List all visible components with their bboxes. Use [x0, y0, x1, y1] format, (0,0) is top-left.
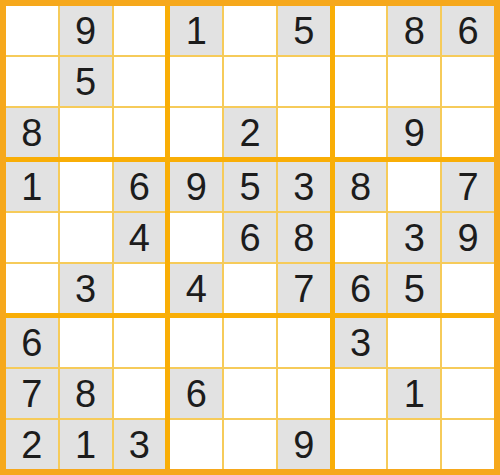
box-2-2: 9536847	[170, 162, 329, 313]
cell-r3c4[interactable]	[170, 108, 222, 157]
cell-r7c5[interactable]	[224, 318, 276, 367]
cell-r1c2: 9	[60, 6, 112, 55]
cell-r8c7[interactable]	[335, 369, 387, 418]
cell-r4c1: 1	[6, 162, 58, 211]
cell-r4c3: 6	[114, 162, 166, 211]
cell-r7c7: 3	[335, 318, 387, 367]
cell-r3c5: 2	[224, 108, 276, 157]
box-1-3: 869	[335, 6, 494, 157]
cell-r2c9[interactable]	[442, 57, 494, 106]
cell-r3c7[interactable]	[335, 108, 387, 157]
cell-r6c2: 3	[60, 264, 112, 313]
cell-r5c6: 8	[278, 213, 330, 262]
cell-r4c9: 7	[442, 162, 494, 211]
cell-r1c9: 6	[442, 6, 494, 55]
cell-r4c6: 3	[278, 162, 330, 211]
cell-r2c5[interactable]	[224, 57, 276, 106]
cell-r9c4[interactable]	[170, 420, 222, 469]
cell-r9c8[interactable]	[388, 420, 440, 469]
cell-r6c8: 5	[388, 264, 440, 313]
cell-r9c1: 2	[6, 420, 58, 469]
cell-r6c5[interactable]	[224, 264, 276, 313]
cell-r9c2: 1	[60, 420, 112, 469]
cell-r6c3[interactable]	[114, 264, 166, 313]
cell-r8c5[interactable]	[224, 369, 276, 418]
box-2-3: 873965	[335, 162, 494, 313]
box-1-1: 958	[6, 6, 165, 157]
cell-r7c8[interactable]	[388, 318, 440, 367]
cell-r2c4[interactable]	[170, 57, 222, 106]
cell-r2c6[interactable]	[278, 57, 330, 106]
cell-r4c7: 8	[335, 162, 387, 211]
cell-r3c2[interactable]	[60, 108, 112, 157]
cell-r1c8: 8	[388, 6, 440, 55]
cell-r8c4: 6	[170, 369, 222, 418]
cell-r1c1[interactable]	[6, 6, 58, 55]
cell-r4c4: 9	[170, 162, 222, 211]
cell-r4c2[interactable]	[60, 162, 112, 211]
box-3-2: 69	[170, 318, 329, 469]
cell-r9c9[interactable]	[442, 420, 494, 469]
cell-r5c9: 9	[442, 213, 494, 262]
cell-r3c6[interactable]	[278, 108, 330, 157]
cell-r9c7[interactable]	[335, 420, 387, 469]
cell-r8c2: 8	[60, 369, 112, 418]
cell-r5c7[interactable]	[335, 213, 387, 262]
cell-r9c6: 9	[278, 420, 330, 469]
cell-r2c3[interactable]	[114, 57, 166, 106]
cell-r8c1: 7	[6, 369, 58, 418]
cell-r3c8: 9	[388, 108, 440, 157]
sudoku-board: 958152869164395368478739656782136931	[0, 0, 500, 475]
cell-r6c4: 4	[170, 264, 222, 313]
cell-r4c8[interactable]	[388, 162, 440, 211]
cell-r6c1[interactable]	[6, 264, 58, 313]
cell-r1c3[interactable]	[114, 6, 166, 55]
cell-r6c7: 6	[335, 264, 387, 313]
cell-r8c3[interactable]	[114, 369, 166, 418]
cell-r7c4[interactable]	[170, 318, 222, 367]
cell-r3c3[interactable]	[114, 108, 166, 157]
cell-r1c6: 5	[278, 6, 330, 55]
cell-r7c6[interactable]	[278, 318, 330, 367]
cell-r7c3[interactable]	[114, 318, 166, 367]
cell-r7c9[interactable]	[442, 318, 494, 367]
cell-r2c2: 5	[60, 57, 112, 106]
cell-r1c7[interactable]	[335, 6, 387, 55]
cell-r8c9[interactable]	[442, 369, 494, 418]
cell-r5c8: 3	[388, 213, 440, 262]
cell-r3c1: 8	[6, 108, 58, 157]
box-2-1: 1643	[6, 162, 165, 313]
cell-r7c1: 6	[6, 318, 58, 367]
cell-r5c2[interactable]	[60, 213, 112, 262]
cell-r2c7[interactable]	[335, 57, 387, 106]
cell-r6c6: 7	[278, 264, 330, 313]
cell-r1c5[interactable]	[224, 6, 276, 55]
cell-r8c8: 1	[388, 369, 440, 418]
cell-r5c1[interactable]	[6, 213, 58, 262]
cell-r9c5[interactable]	[224, 420, 276, 469]
cell-r5c5: 6	[224, 213, 276, 262]
cell-r8c6[interactable]	[278, 369, 330, 418]
cell-r3c9[interactable]	[442, 108, 494, 157]
cell-r5c3: 4	[114, 213, 166, 262]
cell-r9c3: 3	[114, 420, 166, 469]
cell-r2c1[interactable]	[6, 57, 58, 106]
box-3-1: 678213	[6, 318, 165, 469]
cell-r7c2[interactable]	[60, 318, 112, 367]
cell-r2c8[interactable]	[388, 57, 440, 106]
cell-r5c4[interactable]	[170, 213, 222, 262]
box-1-2: 152	[170, 6, 329, 157]
cell-r6c9[interactable]	[442, 264, 494, 313]
box-3-3: 31	[335, 318, 494, 469]
cell-r1c4: 1	[170, 6, 222, 55]
cell-r4c5: 5	[224, 162, 276, 211]
